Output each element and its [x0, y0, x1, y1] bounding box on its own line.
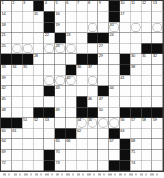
cell-r6c4[interactable]: 28 [33, 54, 44, 65]
cell-r2c15[interactable] [152, 12, 163, 23]
cell-r1c7[interactable]: 6 [66, 1, 77, 12]
cell-number: 45 [2, 97, 6, 101]
black-cell-r1c4 [33, 1, 44, 12]
circle-mark [88, 76, 97, 85]
cell-r16c2[interactable] [12, 160, 23, 171]
black-cell-r12c1 [1, 118, 12, 129]
cell-r8c7[interactable]: 40 [66, 75, 77, 86]
cell-r10c13[interactable] [131, 97, 142, 108]
circle-mark [131, 23, 140, 32]
cell-r13c14[interactable] [141, 129, 152, 140]
cell-r12c4[interactable]: 52 [33, 118, 44, 129]
cell-r6c11[interactable] [109, 54, 120, 65]
cell-r9c1[interactable]: 42 [1, 86, 12, 97]
black-cell-r13c7 [66, 129, 77, 140]
cell-r2c10[interactable] [98, 12, 109, 23]
cell-r13c4[interactable] [33, 129, 44, 140]
cell-r1c13[interactable]: 11 [131, 1, 142, 12]
black-cell-r5c14 [141, 44, 152, 55]
cell-r3c6[interactable]: 19 [55, 22, 66, 33]
cell-r5c1[interactable]: 25 [1, 44, 12, 55]
cell-r12c12[interactable]: 56 [120, 118, 131, 129]
cell-r12c10[interactable] [98, 118, 109, 129]
cell-r14c3[interactable] [23, 139, 34, 150]
cell-r5c10[interactable]: 27 [98, 44, 109, 55]
cell-r5c3[interactable] [23, 44, 34, 55]
cell-r6c6[interactable] [55, 54, 66, 65]
cell-r7c9[interactable]: 37 [87, 65, 98, 76]
black-cell-r7c12 [120, 65, 131, 76]
cell-r16c1[interactable]: 72 [1, 160, 12, 171]
cell-number: 25 [2, 44, 6, 48]
cell-r10c15[interactable] [152, 97, 163, 108]
cell-number: 3 [23, 1, 25, 5]
cell-r8c1[interactable]: 39 [1, 75, 12, 86]
cell-number: 11 [131, 1, 135, 5]
cell-r14c10[interactable] [98, 139, 109, 150]
cell-r1c14[interactable]: 12 [141, 1, 152, 12]
cell-number: 49 [56, 107, 60, 111]
cell-r9c7[interactable] [66, 86, 77, 97]
cell-r11c10[interactable]: 50 [98, 107, 109, 118]
circle-mark [88, 23, 97, 32]
circle-mark [66, 44, 75, 53]
cell-r1c10[interactable]: 9 [98, 1, 109, 12]
cell-number: 12 [142, 1, 146, 5]
cell-r14c6[interactable]: 65 [55, 139, 66, 150]
cell-r7c6[interactable] [55, 65, 66, 76]
cell-r7c2[interactable]: 34 [12, 65, 23, 76]
cell-r8c9[interactable] [87, 75, 98, 86]
cell-r11c2[interactable] [12, 107, 23, 118]
black-cell-r15c5 [44, 150, 55, 161]
black-cell-r15c12 [120, 150, 131, 161]
cell-r5c5[interactable] [44, 44, 55, 55]
cell-r3c7[interactable] [66, 22, 77, 33]
cell-r16c14[interactable] [141, 160, 152, 171]
cell-number: 15 [34, 12, 38, 16]
cell-r8c13[interactable] [131, 75, 142, 86]
cell-r16c10[interactable] [98, 160, 109, 171]
black-cell-r11c12 [120, 107, 131, 118]
black-cell-r11c5 [44, 107, 55, 118]
cell-number: 20 [110, 22, 114, 26]
cell-number: 64 [2, 139, 6, 143]
cell-number: 63 [120, 129, 124, 133]
cell-r2c13[interactable] [131, 12, 142, 23]
cell-r3c10[interactable] [98, 22, 109, 33]
cell-number: 61 [12, 129, 16, 133]
cell-r9c6[interactable]: 43 [55, 86, 66, 97]
cell-number: 50 [99, 107, 103, 111]
cell-number: 51 [23, 118, 27, 122]
cell-r3c3[interactable] [23, 22, 34, 33]
cell-r9c2[interactable] [12, 86, 23, 97]
cell-r14c2[interactable] [12, 139, 23, 150]
black-cell-r6c12 [120, 54, 131, 65]
cell-r15c10[interactable] [98, 150, 109, 161]
cell-r16c15[interactable] [152, 160, 163, 171]
cell-number: 17 [120, 12, 124, 16]
cell-r16c9[interactable] [87, 160, 98, 171]
cell-r3c15[interactable] [152, 22, 163, 33]
cell-r10c4[interactable] [33, 97, 44, 108]
cell-r8c11[interactable] [109, 75, 120, 86]
cell-r3c12[interactable] [120, 22, 131, 33]
black-cell-r6c9 [87, 54, 98, 65]
black-cell-r6c3 [23, 54, 34, 65]
cell-r2c3[interactable] [23, 12, 34, 23]
cell-r15c4[interactable] [33, 150, 44, 161]
black-cell-r4c6 [55, 33, 66, 44]
cell-r15c15[interactable] [152, 150, 163, 161]
cell-r15c8[interactable] [77, 150, 88, 161]
cell-r14c14[interactable] [141, 139, 152, 150]
cell-r10c5[interactable] [44, 97, 55, 108]
cell-number: 21 [2, 33, 6, 37]
black-cell-r6c1 [1, 54, 12, 65]
cell-r14c8[interactable] [77, 139, 88, 150]
black-cell-r2c11 [109, 12, 120, 23]
circle-mark [12, 44, 21, 53]
cell-r5c11[interactable] [109, 44, 120, 55]
cell-r10c7[interactable] [66, 97, 77, 108]
cell-r15c6[interactable]: 70 [55, 150, 66, 161]
cell-r4c14[interactable] [141, 33, 152, 44]
cell-r15c14[interactable] [141, 150, 152, 161]
cell-r4c12[interactable] [120, 33, 131, 44]
cell-number: 37 [88, 65, 92, 69]
cell-r7c1[interactable]: 33 [1, 65, 12, 76]
cell-r2c9[interactable] [87, 12, 98, 23]
cell-r4c5[interactable]: 22 [44, 33, 55, 44]
black-cell-r16c11 [109, 160, 120, 171]
cell-r13c8[interactable]: 62 [77, 129, 88, 140]
cell-r15c11[interactable] [109, 150, 120, 161]
cell-r9c9[interactable] [87, 86, 98, 97]
cell-r2c7[interactable] [66, 12, 77, 23]
cell-r2c4[interactable]: 15 [33, 12, 44, 23]
cell-r11c11[interactable] [109, 107, 120, 118]
cell-r4c4[interactable] [33, 33, 44, 44]
cell-r14c11[interactable]: 67 [109, 139, 120, 150]
black-cell-r6c8 [77, 54, 88, 65]
cell-r1c3[interactable]: 3 [23, 1, 34, 12]
cell-r16c8[interactable] [77, 160, 88, 171]
cell-r8c14[interactable] [141, 75, 152, 86]
cell-number: 31 [142, 54, 146, 58]
cell-r3c2[interactable] [12, 22, 23, 33]
cell-r9c12[interactable] [120, 86, 131, 97]
cell-r3c14[interactable] [141, 22, 152, 33]
cell-r11c6[interactable]: 49 [55, 107, 66, 118]
cell-number: 13 [153, 1, 157, 5]
cell-r9c13[interactable] [131, 86, 142, 97]
cell-r7c5[interactable] [44, 65, 55, 76]
cell-r16c3[interactable] [23, 160, 34, 171]
cell-r13c13[interactable] [131, 129, 142, 140]
black-cell-r3c5 [44, 22, 55, 33]
cell-r5c6[interactable]: 26 [55, 44, 66, 55]
cell-r13c1[interactable]: 60 [1, 129, 12, 140]
cell-number: 71 [131, 150, 135, 154]
cell-number: 48 [2, 107, 6, 111]
cell-number: 40 [66, 75, 70, 79]
cell-r5c7[interactable] [66, 44, 77, 55]
cell-r5c12[interactable] [120, 44, 131, 55]
circle-mark [56, 76, 65, 85]
cell-r14c1[interactable]: 64 [1, 139, 12, 150]
cell-r16c4[interactable] [33, 160, 44, 171]
cell-r4c3[interactable] [23, 33, 34, 44]
cell-r6c5[interactable] [44, 54, 55, 65]
cell-r2c6[interactable]: 16 [55, 12, 66, 23]
circle-mark [153, 23, 162, 32]
cell-number: 44 [110, 86, 114, 90]
circle-mark [99, 118, 108, 127]
cell-r2c2[interactable] [12, 12, 23, 23]
cell-number: 8 [88, 1, 90, 5]
cell-r8c12[interactable]: 41 [120, 75, 131, 86]
cell-r12c15[interactable]: 59 [152, 118, 163, 129]
cell-r3c8[interactable] [77, 22, 88, 33]
cell-number: 65 [56, 139, 60, 143]
cell-r10c1[interactable]: 45 [1, 97, 12, 108]
black-cell-r1c11 [109, 1, 120, 12]
cell-r1c12[interactable]: 10 [120, 1, 131, 12]
cell-r14c4[interactable] [33, 139, 44, 150]
cell-r16c6[interactable]: 73 [55, 160, 66, 171]
cell-r7c3[interactable]: 35 [23, 65, 34, 76]
cell-r13c10[interactable] [98, 129, 109, 140]
black-cell-r16c12 [120, 160, 131, 171]
black-cell-r6c2 [12, 54, 23, 65]
cell-r8c4[interactable] [33, 75, 44, 86]
cell-r8c10[interactable] [98, 75, 109, 86]
circle-mark [45, 76, 54, 85]
black-cell-r13c6 [55, 129, 66, 140]
cell-r10c14[interactable] [141, 97, 152, 108]
cell-r15c2[interactable] [12, 150, 23, 161]
cell-number: 55 [88, 118, 92, 122]
cell-r4c11[interactable]: 24 [109, 33, 120, 44]
circle-mark [45, 44, 54, 53]
cell-number: 52 [34, 118, 38, 122]
cell-r8c8[interactable] [77, 75, 88, 86]
cell-number: 66 [66, 139, 70, 143]
cell-r14c15[interactable] [152, 139, 163, 150]
cell-r1c5[interactable]: 4 [44, 1, 55, 12]
cell-r1c2[interactable]: 2 [12, 1, 23, 12]
crossword-grid: 1234567891011121314151617181920212223242… [0, 0, 164, 172]
cell-r6c15[interactable]: 32 [152, 54, 163, 65]
cell-r4c2[interactable] [12, 33, 23, 44]
cell-r4c8[interactable] [77, 33, 88, 44]
black-cell-r11c9 [87, 107, 98, 118]
cell-number: 6 [66, 1, 68, 5]
cell-r10c6[interactable] [55, 97, 66, 108]
cell-r6c7[interactable] [66, 54, 77, 65]
cell-number: 26 [56, 44, 60, 48]
cell-r10c2[interactable] [12, 97, 23, 108]
black-cell-r5c15 [152, 44, 163, 55]
cell-r12c6[interactable] [55, 118, 66, 129]
cell-r9c11[interactable]: 44 [109, 86, 120, 97]
cell-r14c5[interactable] [44, 139, 55, 150]
cell-number: 69 [2, 150, 6, 154]
cell-r13c12[interactable]: 63 [120, 129, 131, 140]
cell-r15c1[interactable]: 69 [1, 150, 12, 161]
cell-r8c15[interactable] [152, 75, 163, 86]
cell-number: 7 [77, 1, 79, 5]
black-cell-r4c10 [98, 33, 109, 44]
black-cell-r2c5 [44, 12, 55, 23]
cell-number: 33 [2, 65, 6, 69]
cell-r3c4[interactable] [33, 22, 44, 33]
cell-r2c14[interactable] [141, 12, 152, 23]
black-cell-r4c9 [87, 33, 98, 44]
cell-r7c15[interactable] [152, 65, 163, 76]
cell-number: 54 [77, 118, 81, 122]
cell-r15c13[interactable]: 71 [131, 150, 142, 161]
cell-number: 2 [12, 1, 14, 5]
cell-number: 43 [56, 86, 60, 90]
cell-r16c13[interactable]: 74 [131, 160, 142, 171]
cell-r16c7[interactable] [66, 160, 77, 171]
cell-number: 47 [99, 97, 103, 101]
circle-mark [23, 44, 32, 53]
cell-number: 5 [56, 1, 58, 5]
cell-r1c9[interactable]: 8 [87, 1, 98, 12]
cell-number: 38 [131, 65, 135, 69]
cell-r7c11[interactable] [109, 65, 120, 76]
cell-r4c7[interactable]: 23 [66, 33, 77, 44]
cell-r8c3[interactable] [23, 75, 34, 86]
cell-r9c3[interactable] [23, 86, 34, 97]
cell-r12c5[interactable]: 53 [44, 118, 55, 129]
cell-r3c13[interactable] [131, 22, 142, 33]
cell-r4c15[interactable] [152, 33, 163, 44]
cell-r2c12[interactable]: 17 [120, 12, 131, 23]
cell-r6c14[interactable]: 31 [141, 54, 152, 65]
cell-number: 10 [120, 1, 124, 5]
cell-r13c2[interactable]: 61 [12, 129, 23, 140]
black-cell-r11c4 [33, 107, 44, 118]
cell-r15c7[interactable] [66, 150, 77, 161]
cell-number: 34 [12, 65, 16, 69]
cell-r10c12[interactable] [120, 97, 131, 108]
cell-r5c4[interactable] [33, 44, 44, 55]
cell-r3c11[interactable]: 20 [109, 22, 120, 33]
cell-r3c9[interactable] [87, 22, 98, 33]
cell-r13c9[interactable] [87, 129, 98, 140]
cell-r2c1[interactable]: 14 [1, 12, 12, 23]
cell-number: 60 [2, 129, 6, 133]
cell-r7c10[interactable] [98, 65, 109, 76]
cell-r1c8[interactable]: 7 [77, 1, 88, 12]
cell-r6c13[interactable]: 30 [131, 54, 142, 65]
cell-number: 22 [45, 33, 49, 37]
cell-r11c3[interactable] [23, 107, 34, 118]
cell-number: 16 [56, 12, 60, 16]
cell-r10c10[interactable]: 47 [98, 97, 109, 108]
cell-r7c8[interactable]: 36 [77, 65, 88, 76]
copyright-caption [0, 172, 164, 178]
cell-r7c4[interactable] [33, 65, 44, 76]
cell-r1c15[interactable]: 13 [152, 1, 163, 12]
black-cell-r10c8 [77, 97, 88, 108]
cell-number: 27 [99, 44, 103, 48]
cell-r12c3[interactable]: 51 [23, 118, 34, 129]
cell-r15c9[interactable] [87, 150, 98, 161]
black-cell-r16c5 [44, 160, 55, 171]
cell-number: 35 [23, 65, 27, 69]
cell-r9c15[interactable] [152, 86, 163, 97]
black-cell-r13c11 [109, 129, 120, 140]
black-cell-r11c15 [152, 107, 163, 118]
cell-r10c3[interactable] [23, 97, 34, 108]
cell-r9c4[interactable] [33, 86, 44, 97]
cell-number: 68 [131, 139, 135, 143]
cell-r4c1[interactable]: 21 [1, 33, 12, 44]
cell-r12c8[interactable]: 54 [77, 118, 88, 129]
cell-r1c6[interactable]: 5 [55, 1, 66, 12]
cell-r4c13[interactable] [131, 33, 142, 44]
cell-number: 18 [2, 22, 6, 26]
cell-r11c1[interactable]: 48 [1, 107, 12, 118]
cell-r15c3[interactable] [23, 150, 34, 161]
cell-r3c1[interactable]: 18 [1, 22, 12, 33]
cell-r12c14[interactable]: 58 [141, 118, 152, 129]
cell-r8c2[interactable] [12, 75, 23, 86]
cell-r11c7[interactable] [66, 107, 77, 118]
cell-r10c9[interactable]: 46 [87, 97, 98, 108]
cell-r12c9[interactable]: 55 [87, 118, 98, 129]
cell-r5c9[interactable] [87, 44, 98, 55]
cell-r12c13[interactable]: 57 [131, 118, 142, 129]
cell-r13c5[interactable] [44, 129, 55, 140]
cell-r9c14[interactable] [141, 86, 152, 97]
black-cell-r7c7 [66, 65, 77, 76]
cell-r5c2[interactable] [12, 44, 23, 55]
cell-r9c8[interactable] [77, 86, 88, 97]
cell-number: 41 [120, 75, 124, 79]
cell-number: 14 [2, 12, 6, 16]
cell-r14c7[interactable]: 66 [66, 139, 77, 150]
cell-r14c13[interactable]: 68 [131, 139, 142, 150]
cell-r5c13[interactable] [131, 44, 142, 55]
cell-r12c7[interactable] [66, 118, 77, 129]
cell-r7c13[interactable]: 38 [131, 65, 142, 76]
cell-r1c1[interactable]: 1 [1, 1, 12, 12]
cell-r5c8[interactable] [77, 44, 88, 55]
cell-r10c11[interactable] [109, 97, 120, 108]
cell-r8c5[interactable] [44, 75, 55, 86]
cell-number: 46 [88, 97, 92, 101]
cell-r8c6[interactable] [55, 75, 66, 86]
crossword-page: 1234567891011121314151617181920212223242… [0, 0, 164, 178]
cell-r13c3[interactable] [23, 129, 34, 140]
cell-r6c10[interactable]: 29 [98, 54, 109, 65]
cell-number: 58 [142, 118, 146, 122]
cell-r7c14[interactable] [141, 65, 152, 76]
illegible-caption-text [3, 174, 161, 176]
cell-r14c9[interactable] [87, 139, 98, 150]
cell-r12c11[interactable] [109, 118, 120, 129]
cell-r2c8[interactable] [77, 12, 88, 23]
cell-r13c15[interactable] [152, 129, 163, 140]
circle-mark [110, 118, 119, 127]
